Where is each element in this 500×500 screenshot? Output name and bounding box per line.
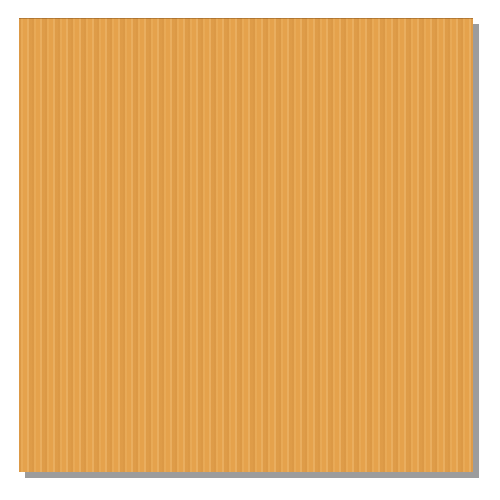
go-diagram-page: { "game": "go", "board_size": 19, "posit… [0, 0, 500, 500]
go-board[interactable] [19, 18, 473, 472]
